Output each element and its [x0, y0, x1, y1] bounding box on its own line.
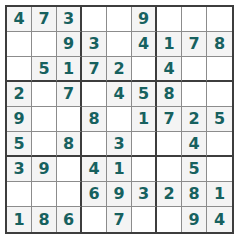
cell-r9c4[interactable]	[82, 207, 107, 232]
cell-r6c4[interactable]	[82, 132, 107, 157]
cell-r6c1[interactable]: 5	[7, 132, 32, 157]
cell-r6c5[interactable]: 3	[107, 132, 132, 157]
cell-r2c8[interactable]: 7	[182, 32, 207, 57]
cell-r8c7[interactable]: 2	[157, 182, 182, 207]
cell-r8c9[interactable]: 1	[207, 182, 232, 207]
cell-r5c1[interactable]: 9	[7, 107, 32, 132]
cell-r6c3[interactable]: 8	[57, 132, 82, 157]
cell-r9c2[interactable]: 8	[32, 207, 57, 232]
cell-r5c8[interactable]: 2	[182, 107, 207, 132]
cell-r1c1[interactable]: 4	[7, 7, 32, 32]
sudoku-board: 4739934178517242745898172558343941569328…	[5, 5, 234, 234]
cell-r4c1[interactable]: 2	[7, 82, 32, 107]
cell-r9c5[interactable]: 7	[107, 207, 132, 232]
cell-r1c4[interactable]	[82, 7, 107, 32]
cell-r2c1[interactable]	[7, 32, 32, 57]
cell-r3c4[interactable]: 7	[82, 57, 107, 82]
cell-r3c8[interactable]	[182, 57, 207, 82]
cell-r3c5[interactable]: 2	[107, 57, 132, 82]
cell-r2c6[interactable]: 4	[132, 32, 157, 57]
cell-r5c5[interactable]	[107, 107, 132, 132]
cell-r7c5[interactable]: 1	[107, 157, 132, 182]
cell-r2c3[interactable]: 9	[57, 32, 82, 57]
cell-r3c3[interactable]: 1	[57, 57, 82, 82]
cell-r8c6[interactable]: 3	[132, 182, 157, 207]
cell-r4c7[interactable]: 8	[157, 82, 182, 107]
cell-r3c2[interactable]: 5	[32, 57, 57, 82]
cell-r3c7[interactable]: 4	[157, 57, 182, 82]
cell-r7c1[interactable]: 3	[7, 157, 32, 182]
cell-r9c3[interactable]: 6	[57, 207, 82, 232]
cell-r8c2[interactable]	[32, 182, 57, 207]
cell-r1c7[interactable]	[157, 7, 182, 32]
cell-r1c8[interactable]	[182, 7, 207, 32]
cell-r3c9[interactable]	[207, 57, 232, 82]
cell-r3c1[interactable]	[7, 57, 32, 82]
cell-r3c6[interactable]	[132, 57, 157, 82]
cell-r8c1[interactable]	[7, 182, 32, 207]
cell-r8c5[interactable]: 9	[107, 182, 132, 207]
cell-r7c8[interactable]: 5	[182, 157, 207, 182]
cell-r5c6[interactable]: 1	[132, 107, 157, 132]
cell-r5c2[interactable]	[32, 107, 57, 132]
cell-r7c6[interactable]	[132, 157, 157, 182]
cell-r7c9[interactable]	[207, 157, 232, 182]
cell-r9c7[interactable]	[157, 207, 182, 232]
cell-r5c9[interactable]: 5	[207, 107, 232, 132]
cell-r4c6[interactable]: 5	[132, 82, 157, 107]
cell-r6c6[interactable]	[132, 132, 157, 157]
cell-r1c9[interactable]	[207, 7, 232, 32]
cell-r7c3[interactable]	[57, 157, 82, 182]
cell-r4c8[interactable]	[182, 82, 207, 107]
cell-r7c4[interactable]: 4	[82, 157, 107, 182]
cell-r5c7[interactable]: 7	[157, 107, 182, 132]
cell-r4c3[interactable]: 7	[57, 82, 82, 107]
cell-r5c4[interactable]: 8	[82, 107, 107, 132]
cell-r6c7[interactable]	[157, 132, 182, 157]
cell-r2c7[interactable]: 1	[157, 32, 182, 57]
cell-r2c4[interactable]: 3	[82, 32, 107, 57]
cell-r4c2[interactable]	[32, 82, 57, 107]
cell-r7c2[interactable]: 9	[32, 157, 57, 182]
cell-r9c8[interactable]: 9	[182, 207, 207, 232]
cell-r1c6[interactable]: 9	[132, 7, 157, 32]
cell-r9c6[interactable]	[132, 207, 157, 232]
cell-r2c2[interactable]	[32, 32, 57, 57]
cell-r2c5[interactable]	[107, 32, 132, 57]
cell-r9c9[interactable]: 4	[207, 207, 232, 232]
cell-r7c7[interactable]	[157, 157, 182, 182]
cell-r2c9[interactable]: 8	[207, 32, 232, 57]
cell-r8c8[interactable]: 8	[182, 182, 207, 207]
cell-r4c5[interactable]: 4	[107, 82, 132, 107]
cell-r1c5[interactable]	[107, 7, 132, 32]
cell-r9c1[interactable]: 1	[7, 207, 32, 232]
cell-r8c3[interactable]	[57, 182, 82, 207]
cell-r1c3[interactable]: 3	[57, 7, 82, 32]
cell-r1c2[interactable]: 7	[32, 7, 57, 32]
cell-r4c4[interactable]	[82, 82, 107, 107]
cell-r6c8[interactable]: 4	[182, 132, 207, 157]
cell-r6c2[interactable]	[32, 132, 57, 157]
cell-r8c4[interactable]: 6	[82, 182, 107, 207]
cell-r5c3[interactable]	[57, 107, 82, 132]
cell-r6c9[interactable]	[207, 132, 232, 157]
cell-r4c9[interactable]	[207, 82, 232, 107]
